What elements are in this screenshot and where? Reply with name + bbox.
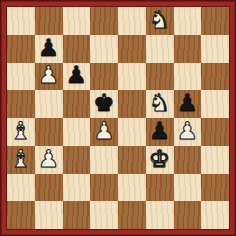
square-f3[interactable]: ♚	[146, 146, 174, 174]
square-b1[interactable]	[35, 201, 63, 229]
square-d1[interactable]	[90, 201, 118, 229]
square-a4[interactable]: ♝	[7, 118, 35, 146]
square-g7[interactable]	[174, 35, 202, 63]
square-e8[interactable]	[118, 7, 146, 35]
square-d8[interactable]	[90, 7, 118, 35]
square-g3[interactable]	[174, 146, 202, 174]
square-b8[interactable]	[35, 7, 63, 35]
piece-white-pawn-d4[interactable]: ♟	[93, 119, 115, 143]
square-a5[interactable]	[7, 90, 35, 118]
square-f4[interactable]: ♟	[146, 118, 174, 146]
square-g5[interactable]: ♟	[174, 90, 202, 118]
piece-black-king-d5[interactable]: ♚	[93, 91, 115, 115]
square-f7[interactable]	[146, 35, 174, 63]
square-e2[interactable]	[118, 174, 146, 202]
square-c2[interactable]	[63, 174, 91, 202]
square-b4[interactable]	[35, 118, 63, 146]
square-c4[interactable]	[63, 118, 91, 146]
square-a1[interactable]	[7, 201, 35, 229]
square-g8[interactable]	[174, 7, 202, 35]
square-d5[interactable]: ♚	[90, 90, 118, 118]
square-b7[interactable]: ♟	[35, 35, 63, 63]
square-c3[interactable]	[63, 146, 91, 174]
piece-black-pawn-g5[interactable]: ♟	[177, 91, 199, 115]
square-d2[interactable]	[90, 174, 118, 202]
square-g4[interactable]: ♟	[174, 118, 202, 146]
square-e1[interactable]	[118, 201, 146, 229]
square-e7[interactable]	[118, 35, 146, 63]
square-e6[interactable]	[118, 63, 146, 91]
square-e3[interactable]	[118, 146, 146, 174]
square-e5[interactable]	[118, 90, 146, 118]
piece-black-pawn-b7[interactable]: ♟	[38, 36, 60, 60]
square-d4[interactable]: ♟	[90, 118, 118, 146]
square-g6[interactable]	[174, 63, 202, 91]
square-c6[interactable]: ♟	[63, 63, 91, 91]
square-e4[interactable]	[118, 118, 146, 146]
square-a2[interactable]	[7, 174, 35, 202]
piece-white-knight-f8[interactable]: ♞	[149, 8, 171, 32]
square-f8[interactable]: ♞	[146, 7, 174, 35]
piece-black-pawn-f4[interactable]: ♟	[149, 119, 171, 143]
square-f2[interactable]	[146, 174, 174, 202]
square-b2[interactable]	[35, 174, 63, 202]
square-b3[interactable]: ♟	[35, 146, 63, 174]
piece-white-pawn-b3[interactable]: ♟	[38, 147, 60, 171]
square-h3[interactable]	[201, 146, 229, 174]
square-g1[interactable]	[174, 201, 202, 229]
square-g2[interactable]	[174, 174, 202, 202]
square-f1[interactable]	[146, 201, 174, 229]
square-a6[interactable]	[7, 63, 35, 91]
square-b5[interactable]	[35, 90, 63, 118]
square-a8[interactable]	[7, 7, 35, 35]
square-a7[interactable]	[7, 35, 35, 63]
square-c5[interactable]	[63, 90, 91, 118]
piece-white-bishop-a3[interactable]: ♝	[10, 147, 32, 171]
piece-black-pawn-c6[interactable]: ♟	[66, 63, 88, 87]
square-f6[interactable]	[146, 63, 174, 91]
square-f5[interactable]: ♞	[146, 90, 174, 118]
piece-white-pawn-b6[interactable]: ♟	[38, 63, 60, 87]
piece-white-bishop-a4[interactable]: ♝	[10, 119, 32, 143]
square-h8[interactable]	[201, 7, 229, 35]
square-c7[interactable]	[63, 35, 91, 63]
square-a3[interactable]: ♝	[7, 146, 35, 174]
board-frame: ♞♟♟♟♚♞♟♝♟♟♟♝♟♚	[0, 0, 236, 236]
square-c8[interactable]	[63, 7, 91, 35]
piece-white-king-f3[interactable]: ♚	[149, 147, 171, 171]
chess-board: ♞♟♟♟♚♞♟♝♟♟♟♝♟♚	[7, 7, 229, 229]
square-d6[interactable]	[90, 63, 118, 91]
square-h1[interactable]	[201, 201, 229, 229]
square-h7[interactable]	[201, 35, 229, 63]
square-d7[interactable]	[90, 35, 118, 63]
square-h5[interactable]	[201, 90, 229, 118]
piece-white-pawn-g4[interactable]: ♟	[177, 119, 199, 143]
square-d3[interactable]	[90, 146, 118, 174]
square-h6[interactable]	[201, 63, 229, 91]
piece-white-knight-f5[interactable]: ♞	[149, 91, 171, 115]
square-b6[interactable]: ♟	[35, 63, 63, 91]
square-h4[interactable]	[201, 118, 229, 146]
square-c1[interactable]	[63, 201, 91, 229]
square-h2[interactable]	[201, 174, 229, 202]
